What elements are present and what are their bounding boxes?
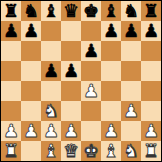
square-g5[interactable]	[121, 61, 141, 81]
black-pawn[interactable]: ♟	[83, 41, 99, 61]
square-h7[interactable]: ♟	[141, 21, 161, 41]
white-knight[interactable]: ♞	[123, 141, 139, 161]
square-f8[interactable]: ♝	[101, 1, 121, 21]
square-c5[interactable]: ♟	[41, 61, 61, 81]
square-e6[interactable]: ♟	[81, 41, 101, 61]
square-a1[interactable]: ♜	[1, 141, 21, 161]
square-e2[interactable]	[81, 121, 101, 141]
square-g3[interactable]: ♟	[121, 101, 141, 121]
square-c7[interactable]	[41, 21, 61, 41]
square-e1[interactable]: ♚	[81, 141, 101, 161]
square-a5[interactable]	[1, 61, 21, 81]
square-f7[interactable]: ♟	[101, 21, 121, 41]
square-g6[interactable]	[121, 41, 141, 61]
square-e8[interactable]: ♚	[81, 1, 101, 21]
white-rook[interactable]: ♜	[143, 141, 159, 161]
black-pawn[interactable]: ♟	[3, 21, 19, 41]
square-h6[interactable]	[141, 41, 161, 61]
square-f1[interactable]: ♝	[101, 141, 121, 161]
black-king[interactable]: ♚	[83, 1, 99, 21]
square-c6[interactable]	[41, 41, 61, 61]
square-e3[interactable]	[81, 101, 101, 121]
square-c8[interactable]: ♝	[41, 1, 61, 21]
square-a6[interactable]	[1, 41, 21, 61]
black-rook[interactable]: ♜	[3, 1, 19, 21]
square-b8[interactable]: ♞	[21, 1, 41, 21]
square-d6[interactable]	[61, 41, 81, 61]
square-h8[interactable]: ♜	[141, 1, 161, 21]
square-c4[interactable]	[41, 81, 61, 101]
square-a8[interactable]: ♜	[1, 1, 21, 21]
square-b1[interactable]	[21, 141, 41, 161]
square-c3[interactable]: ♞	[41, 101, 61, 121]
square-d7[interactable]	[61, 21, 81, 41]
black-bishop[interactable]: ♝	[43, 1, 59, 21]
black-bishop[interactable]: ♝	[103, 1, 119, 21]
black-pawn[interactable]: ♟	[103, 21, 119, 41]
square-e7[interactable]	[81, 21, 101, 41]
square-h5[interactable]	[141, 61, 161, 81]
square-b3[interactable]	[21, 101, 41, 121]
white-king[interactable]: ♚	[83, 141, 99, 161]
black-pawn[interactable]: ♟	[43, 61, 59, 81]
square-b6[interactable]	[21, 41, 41, 61]
white-knight[interactable]: ♞	[43, 101, 59, 121]
square-e5[interactable]	[81, 61, 101, 81]
square-g8[interactable]: ♞	[121, 1, 141, 21]
square-g1[interactable]: ♞	[121, 141, 141, 161]
black-pawn[interactable]: ♟	[143, 21, 159, 41]
white-pawn[interactable]: ♟	[23, 121, 39, 141]
white-pawn[interactable]: ♟	[83, 81, 99, 101]
white-bishop[interactable]: ♝	[43, 141, 59, 161]
white-rook[interactable]: ♜	[3, 141, 19, 161]
square-h3[interactable]	[141, 101, 161, 121]
white-pawn[interactable]: ♟	[3, 121, 19, 141]
black-queen[interactable]: ♛	[63, 1, 79, 21]
square-a4[interactable]	[1, 81, 21, 101]
square-c1[interactable]: ♝	[41, 141, 61, 161]
square-g2[interactable]	[121, 121, 141, 141]
square-d4[interactable]	[61, 81, 81, 101]
square-f2[interactable]: ♟	[101, 121, 121, 141]
square-h2[interactable]: ♟	[141, 121, 161, 141]
square-f3[interactable]	[101, 101, 121, 121]
square-d8[interactable]: ♛	[61, 1, 81, 21]
square-f5[interactable]	[101, 61, 121, 81]
black-pawn[interactable]: ♟	[63, 61, 79, 81]
white-pawn[interactable]: ♟	[103, 121, 119, 141]
black-rook[interactable]: ♜	[143, 1, 159, 21]
black-knight[interactable]: ♞	[23, 1, 39, 21]
white-pawn[interactable]: ♟	[43, 121, 59, 141]
white-pawn[interactable]: ♟	[63, 121, 79, 141]
square-d3[interactable]	[61, 101, 81, 121]
square-a7[interactable]: ♟	[1, 21, 21, 41]
white-bishop[interactable]: ♝	[103, 141, 119, 161]
black-pawn[interactable]: ♟	[123, 21, 139, 41]
square-e4[interactable]: ♟	[81, 81, 101, 101]
black-pawn[interactable]: ♟	[23, 21, 39, 41]
square-f6[interactable]	[101, 41, 121, 61]
white-queen[interactable]: ♛	[63, 141, 79, 161]
square-f4[interactable]	[101, 81, 121, 101]
square-d2[interactable]: ♟	[61, 121, 81, 141]
white-pawn[interactable]: ♟	[143, 121, 159, 141]
square-g4[interactable]	[121, 81, 141, 101]
square-b4[interactable]	[21, 81, 41, 101]
chess-board: ♜♞♝♛♚♝♞♜♟♟♟♟♟♟♟♟♟♞♟♟♟♟♟♟♟♜♝♛♚♝♞♜	[1, 1, 161, 161]
square-c2[interactable]: ♟	[41, 121, 61, 141]
white-pawn[interactable]: ♟	[123, 101, 139, 121]
black-knight[interactable]: ♞	[123, 1, 139, 21]
square-b7[interactable]: ♟	[21, 21, 41, 41]
square-b2[interactable]: ♟	[21, 121, 41, 141]
square-d5[interactable]: ♟	[61, 61, 81, 81]
chess-board-frame: ♜♞♝♛♚♝♞♜♟♟♟♟♟♟♟♟♟♞♟♟♟♟♟♟♟♜♝♛♚♝♞♜	[0, 0, 162, 162]
square-a2[interactable]: ♟	[1, 121, 21, 141]
square-a3[interactable]	[1, 101, 21, 121]
square-b5[interactable]	[21, 61, 41, 81]
square-h4[interactable]	[141, 81, 161, 101]
square-h1[interactable]: ♜	[141, 141, 161, 161]
square-g7[interactable]: ♟	[121, 21, 141, 41]
square-d1[interactable]: ♛	[61, 141, 81, 161]
